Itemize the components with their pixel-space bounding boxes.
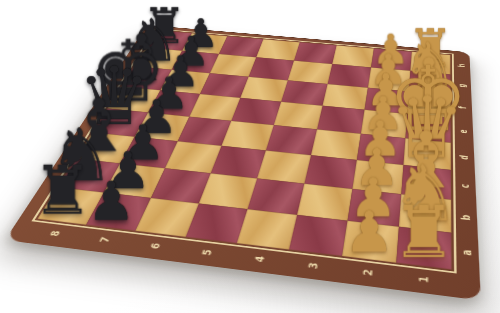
- chess-set-photo: ♜♟♟♜♞♟♟♞♝♟♟♝♚♟♟♚♛♟♟♛♝♟♟♝♞♟♟♞♜♟♟♜ 8765432…: [0, 0, 500, 313]
- rank-label-1: 1: [416, 275, 430, 283]
- square-b5[interactable]: [199, 173, 257, 209]
- black-pawn-a7[interactable]: ♟: [87, 178, 135, 226]
- square-f4[interactable]: [281, 80, 327, 105]
- white-rook-a1[interactable]: ♜: [392, 200, 456, 265]
- rank-label-6: 6: [148, 242, 163, 249]
- rank-label-5: 5: [199, 249, 214, 256]
- square-a4[interactable]: [237, 209, 297, 249]
- file-label-b: b: [459, 214, 472, 221]
- rank-label-3: 3: [306, 262, 321, 270]
- rank-label-8: 8: [47, 230, 63, 237]
- white-pawn-a2[interactable]: ♟: [344, 207, 395, 258]
- square-a3[interactable]: [289, 215, 348, 256]
- square-a7[interactable]: ♟: [86, 193, 151, 231]
- black-rook-a8[interactable]: ♜: [33, 160, 93, 221]
- board-mat: ♜♟♟♜♞♟♟♞♝♟♟♝♚♟♟♚♛♟♟♛♝♟♟♝♞♟♟♞♜♟♟♜ 8765432…: [5, 25, 481, 300]
- rank-label-4: 4: [252, 255, 267, 263]
- chess-board: ♜♟♟♜♞♟♟♞♝♟♟♝♚♟♟♚♛♟♟♛♝♟♟♝♞♟♟♞♜♟♟♜ 8765432…: [5, 25, 481, 300]
- square-e6[interactable]: [189, 94, 240, 121]
- square-a1[interactable]: ♜: [396, 227, 451, 270]
- square-f5[interactable]: [240, 77, 288, 102]
- file-label-a: a: [459, 249, 473, 256]
- rank-label-7: 7: [97, 236, 112, 243]
- rank-label-2: 2: [360, 268, 374, 276]
- board-grid: ♜♟♟♜♞♟♟♞♝♟♟♝♚♟♟♚♛♟♟♛♝♟♟♝♞♟♟♞♜♟♟♜: [38, 30, 452, 269]
- square-b4[interactable]: [247, 178, 304, 214]
- square-e5[interactable]: [231, 98, 281, 125]
- square-a2[interactable]: ♟: [342, 221, 399, 263]
- square-d4[interactable]: [266, 125, 317, 155]
